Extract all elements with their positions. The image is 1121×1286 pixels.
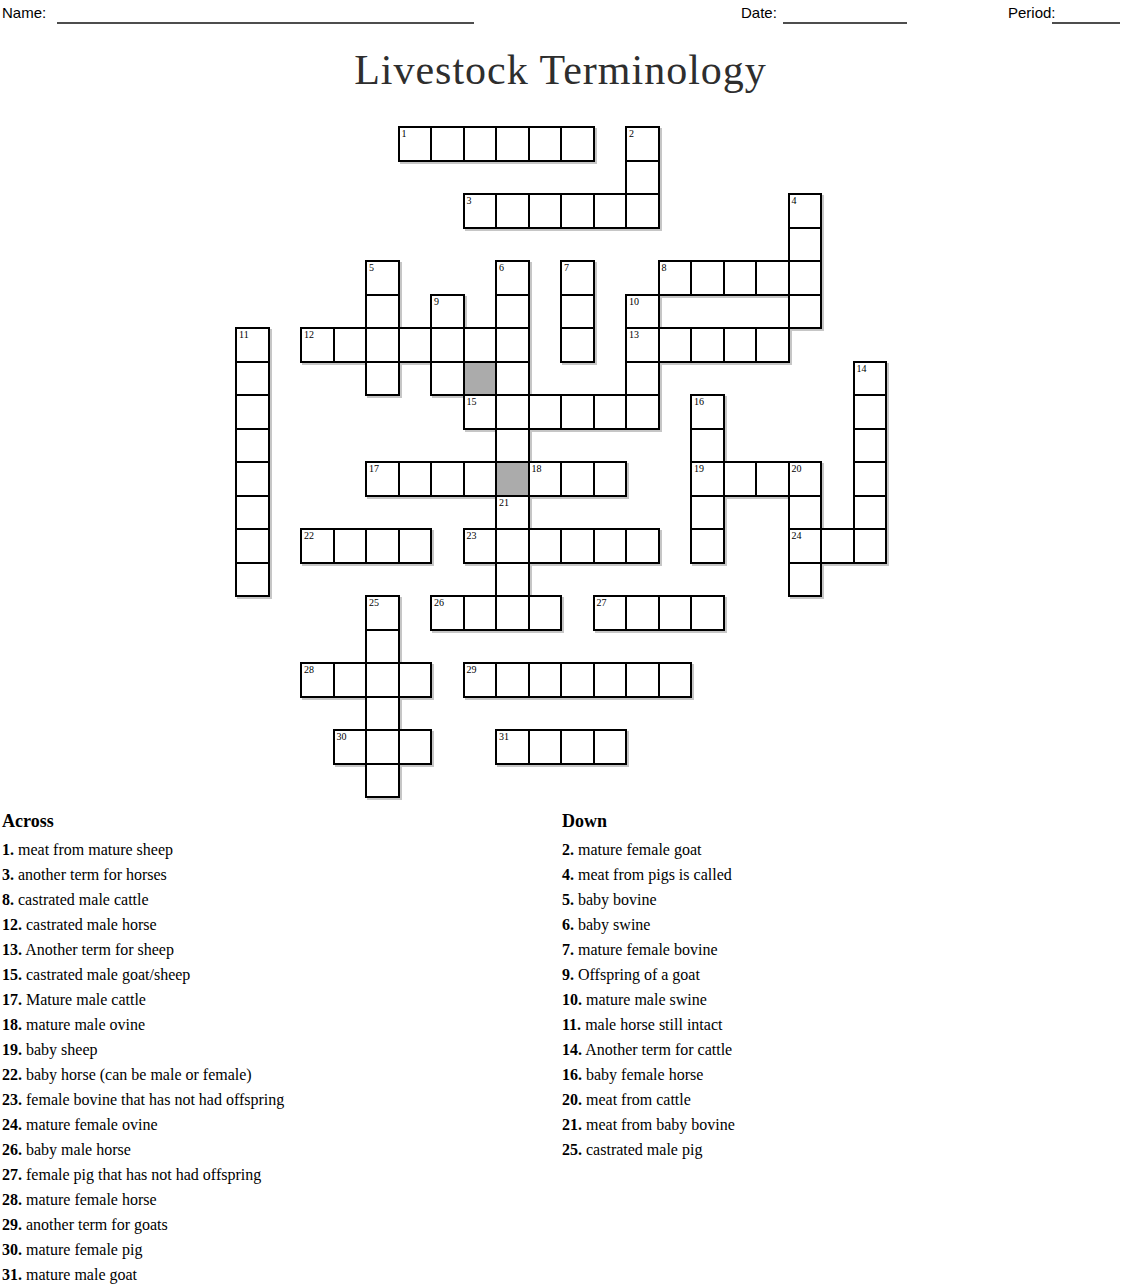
grid-cell[interactable]: 8 bbox=[658, 260, 693, 296]
grid-cell[interactable] bbox=[463, 126, 498, 162]
grid-cell[interactable] bbox=[755, 327, 790, 363]
down-clues: Down 2. mature female goat4. meat from p… bbox=[562, 811, 735, 1162]
grid-cell[interactable] bbox=[495, 327, 530, 363]
name-blank-line[interactable] bbox=[57, 6, 474, 24]
grid-cell[interactable] bbox=[398, 528, 433, 564]
clue-item-text: mature female horse bbox=[26, 1191, 157, 1208]
clue-item-number: 17. bbox=[2, 991, 22, 1008]
clue-number: 29 bbox=[467, 664, 477, 675]
grid-cell[interactable] bbox=[495, 428, 530, 464]
grid-cell[interactable]: 26 bbox=[430, 595, 465, 631]
grid-cell[interactable]: 11 bbox=[235, 327, 270, 363]
grid-cell[interactable] bbox=[235, 394, 270, 430]
grid-cell[interactable]: 16 bbox=[690, 394, 725, 430]
clue-item-text: mature female pig bbox=[26, 1241, 142, 1258]
clue-item: 17. Mature male cattle bbox=[2, 987, 284, 1012]
clue-number: 31 bbox=[499, 731, 509, 742]
clue-item-text: castrated male pig bbox=[586, 1141, 702, 1158]
grid-cell[interactable]: 22 bbox=[300, 528, 335, 564]
grid-cell[interactable] bbox=[593, 528, 628, 564]
clue-number: 18 bbox=[532, 463, 542, 474]
clue-item-text: mature female ovine bbox=[26, 1116, 158, 1133]
clue-item-text: Another term for cattle bbox=[585, 1041, 732, 1058]
clue-item-number: 11. bbox=[562, 1016, 581, 1033]
grid-cell[interactable]: 14 bbox=[853, 361, 888, 397]
grid-cell[interactable] bbox=[593, 729, 628, 765]
grid-cell[interactable] bbox=[235, 562, 270, 598]
clue-number: 28 bbox=[304, 664, 314, 675]
clue-item: 10. mature male swine bbox=[562, 987, 735, 1012]
grid-cell[interactable]: 6 bbox=[495, 260, 530, 296]
clue-item: 28. mature female horse bbox=[2, 1187, 284, 1212]
grid-cell[interactable]: 13 bbox=[625, 327, 660, 363]
grid-cell[interactable] bbox=[853, 428, 888, 464]
blocked-cell bbox=[463, 361, 498, 397]
grid-cell[interactable] bbox=[365, 729, 400, 765]
clue-number: 14 bbox=[857, 363, 867, 374]
grid-cell[interactable]: 24 bbox=[788, 528, 823, 564]
clue-item-number: 21. bbox=[562, 1116, 582, 1133]
clue-item-text: meat from mature sheep bbox=[18, 841, 173, 858]
grid-cell[interactable] bbox=[528, 595, 563, 631]
grid-cell[interactable] bbox=[593, 461, 628, 497]
clue-item-text: baby swine bbox=[578, 916, 650, 933]
grid-cell[interactable]: 7 bbox=[560, 260, 595, 296]
grid-cell[interactable] bbox=[365, 294, 400, 330]
clue-item: 11. male horse still intact bbox=[562, 1012, 735, 1037]
clue-item: 30. mature female pig bbox=[2, 1237, 284, 1262]
clue-item-number: 18. bbox=[2, 1016, 22, 1033]
clue-item-number: 8. bbox=[2, 891, 14, 908]
clue-number: 12 bbox=[304, 329, 314, 340]
clue-item: 3. another term for horses bbox=[2, 862, 284, 887]
clue-item-text: another term for goats bbox=[26, 1216, 168, 1233]
down-heading: Down bbox=[562, 811, 735, 831]
clue-number: 2 bbox=[629, 128, 634, 139]
grid-cell[interactable] bbox=[495, 361, 530, 397]
grid-cell[interactable] bbox=[560, 662, 595, 698]
clue-item-number: 7. bbox=[562, 941, 574, 958]
grid-cell[interactable]: 3 bbox=[463, 193, 498, 229]
clue-item-number: 28. bbox=[2, 1191, 22, 1208]
grid-cell[interactable] bbox=[365, 361, 400, 397]
clue-item-number: 19. bbox=[2, 1041, 22, 1058]
clue-item-text: castrated male cattle bbox=[18, 891, 149, 908]
clue-item: 18. mature male ovine bbox=[2, 1012, 284, 1037]
across-list: 1. meat from mature sheep3. another term… bbox=[2, 837, 284, 1286]
clue-item-number: 25. bbox=[562, 1141, 582, 1158]
clue-item-text: baby sheep bbox=[26, 1041, 98, 1058]
grid-cell[interactable]: 28 bbox=[300, 662, 335, 698]
grid-cell[interactable] bbox=[430, 327, 465, 363]
grid-cell[interactable] bbox=[365, 327, 400, 363]
grid-cell[interactable] bbox=[365, 662, 400, 698]
clue-item-number: 13. bbox=[2, 941, 22, 958]
grid-cell[interactable] bbox=[820, 528, 855, 564]
clue-item-number: 14. bbox=[562, 1041, 582, 1058]
grid-cell[interactable] bbox=[625, 394, 660, 430]
clue-item: 31. mature male goat bbox=[2, 1262, 284, 1286]
grid-cell[interactable]: 1 bbox=[398, 126, 433, 162]
clue-item: 21. meat from baby bovine bbox=[562, 1112, 735, 1137]
grid-cell[interactable] bbox=[788, 495, 823, 531]
grid-cell[interactable] bbox=[560, 461, 595, 497]
grid-cell[interactable] bbox=[528, 528, 563, 564]
clue-item: 2. mature female goat bbox=[562, 837, 735, 862]
clue-item-number: 27. bbox=[2, 1166, 22, 1183]
clue-number: 10 bbox=[629, 296, 639, 307]
clue-item-text: baby bovine bbox=[578, 891, 657, 908]
grid-cell[interactable] bbox=[528, 126, 563, 162]
clue-number: 21 bbox=[499, 497, 509, 508]
grid-cell[interactable] bbox=[365, 763, 400, 799]
grid-cell[interactable] bbox=[365, 696, 400, 732]
grid-cell[interactable] bbox=[853, 461, 888, 497]
clue-item-number: 2. bbox=[562, 841, 574, 858]
clue-item-number: 9. bbox=[562, 966, 574, 983]
grid-cell[interactable] bbox=[723, 327, 758, 363]
clue-item-text: mature female goat bbox=[578, 841, 702, 858]
clue-item: 16. baby female horse bbox=[562, 1062, 735, 1087]
grid-cell[interactable] bbox=[625, 528, 660, 564]
grid-cell[interactable]: 12 bbox=[300, 327, 335, 363]
clue-item-text: meat from baby bovine bbox=[586, 1116, 735, 1133]
grid-cell[interactable] bbox=[658, 327, 693, 363]
clue-item-text: mature male swine bbox=[586, 991, 707, 1008]
clue-item: 8. castrated male cattle bbox=[2, 887, 284, 912]
clue-number: 15 bbox=[467, 396, 477, 407]
grid-cell[interactable] bbox=[398, 461, 433, 497]
period-blank-line[interactable] bbox=[1052, 6, 1120, 24]
grid-cell[interactable] bbox=[495, 193, 530, 229]
clue-item-number: 29. bbox=[2, 1216, 22, 1233]
grid-cell[interactable]: 18 bbox=[528, 461, 563, 497]
clue-item-number: 12. bbox=[2, 916, 22, 933]
grid-cell[interactable] bbox=[593, 394, 628, 430]
crossword-grid: 1234567891011121314151617181920212223242… bbox=[235, 126, 895, 806]
grid-cell[interactable] bbox=[658, 595, 693, 631]
clue-item: 15. castrated male goat/sheep bbox=[2, 962, 284, 987]
clue-item: 25. castrated male pig bbox=[562, 1137, 735, 1162]
grid-cell[interactable] bbox=[235, 495, 270, 531]
grid-cell[interactable] bbox=[560, 528, 595, 564]
grid-cell[interactable] bbox=[365, 528, 400, 564]
clue-item-text: Mature male cattle bbox=[26, 991, 146, 1008]
grid-cell[interactable] bbox=[788, 260, 823, 296]
grid-cell[interactable] bbox=[560, 126, 595, 162]
clue-item-text: female pig that has not had offspring bbox=[26, 1166, 261, 1183]
clue-item-number: 31. bbox=[2, 1266, 22, 1283]
grid-cell[interactable] bbox=[365, 629, 400, 665]
grid-cell[interactable] bbox=[625, 160, 660, 196]
grid-cell[interactable] bbox=[723, 461, 758, 497]
grid-cell[interactable] bbox=[235, 428, 270, 464]
grid-cell[interactable] bbox=[528, 662, 563, 698]
grid-cell[interactable] bbox=[788, 227, 823, 263]
period-label: Period: bbox=[1008, 4, 1056, 21]
grid-cell[interactable] bbox=[560, 327, 595, 363]
grid-cell[interactable] bbox=[495, 294, 530, 330]
clue-number: 3 bbox=[467, 195, 472, 206]
grid-cell[interactable] bbox=[690, 327, 725, 363]
clue-item-text: Another term for sheep bbox=[25, 941, 174, 958]
grid-cell[interactable] bbox=[593, 193, 628, 229]
grid-cell[interactable] bbox=[495, 595, 530, 631]
grid-cell[interactable] bbox=[658, 662, 693, 698]
clue-number: 22 bbox=[304, 530, 314, 541]
grid-cell[interactable] bbox=[788, 294, 823, 330]
clue-item-text: meat from pigs is called bbox=[578, 866, 732, 883]
clue-item-text: baby male horse bbox=[26, 1141, 131, 1158]
name-label: Name: bbox=[2, 4, 46, 21]
clue-item: 13. Another term for sheep bbox=[2, 937, 284, 962]
clue-number: 19 bbox=[694, 463, 704, 474]
clue-item: 5. baby bovine bbox=[562, 887, 735, 912]
clue-number: 23 bbox=[467, 530, 477, 541]
clue-item: 1. meat from mature sheep bbox=[2, 837, 284, 862]
clue-number: 6 bbox=[499, 262, 504, 273]
clue-item-text: mature male ovine bbox=[26, 1016, 145, 1033]
grid-cell[interactable] bbox=[528, 394, 563, 430]
clue-item-number: 15. bbox=[2, 966, 22, 983]
clue-item: 9. Offspring of a goat bbox=[562, 962, 735, 987]
clue-item-text: Offspring of a goat bbox=[578, 966, 700, 983]
clue-item-number: 4. bbox=[562, 866, 574, 883]
clue-item-text: mature male goat bbox=[26, 1266, 137, 1283]
grid-cell[interactable] bbox=[593, 662, 628, 698]
grid-cell[interactable] bbox=[495, 394, 530, 430]
grid-cell[interactable]: 25 bbox=[365, 595, 400, 631]
grid-cell[interactable]: 9 bbox=[430, 294, 465, 330]
clue-item: 29. another term for goats bbox=[2, 1212, 284, 1237]
grid-cell[interactable]: 15 bbox=[463, 394, 498, 430]
grid-cell[interactable]: 2 bbox=[625, 126, 660, 162]
clue-item: 4. meat from pigs is called bbox=[562, 862, 735, 887]
grid-cell[interactable] bbox=[495, 126, 530, 162]
clue-item-number: 3. bbox=[2, 866, 14, 883]
clue-item-number: 26. bbox=[2, 1141, 22, 1158]
grid-cell[interactable] bbox=[398, 729, 433, 765]
date-blank-line[interactable] bbox=[783, 6, 907, 24]
grid-cell[interactable] bbox=[560, 394, 595, 430]
grid-cell[interactable] bbox=[333, 662, 368, 698]
clue-number: 16 bbox=[694, 396, 704, 407]
clue-item-number: 1. bbox=[2, 841, 14, 858]
grid-cell[interactable] bbox=[755, 260, 790, 296]
clue-item: 7. mature female bovine bbox=[562, 937, 735, 962]
clue-item: 6. baby swine bbox=[562, 912, 735, 937]
date-label: Date: bbox=[741, 4, 777, 21]
grid-cell[interactable] bbox=[853, 528, 888, 564]
clue-number: 7 bbox=[564, 262, 569, 273]
grid-cell[interactable] bbox=[853, 394, 888, 430]
grid-cell[interactable] bbox=[853, 495, 888, 531]
clue-item-number: 24. bbox=[2, 1116, 22, 1133]
clue-item-number: 6. bbox=[562, 916, 574, 933]
clue-item-text: meat from cattle bbox=[586, 1091, 691, 1108]
grid-cell[interactable]: 19 bbox=[690, 461, 725, 497]
grid-cell[interactable] bbox=[690, 528, 725, 564]
grid-cell[interactable] bbox=[333, 327, 368, 363]
across-clues: Across 1. meat from mature sheep3. anoth… bbox=[2, 811, 284, 1286]
grid-cell[interactable] bbox=[333, 528, 368, 564]
grid-cell[interactable] bbox=[528, 729, 563, 765]
grid-cell[interactable] bbox=[398, 327, 433, 363]
grid-cell[interactable] bbox=[495, 562, 530, 598]
grid-cell[interactable]: 29 bbox=[463, 662, 498, 698]
clue-number: 20 bbox=[792, 463, 802, 474]
clue-number: 8 bbox=[662, 262, 667, 273]
clue-number: 13 bbox=[629, 329, 639, 340]
grid-cell[interactable] bbox=[723, 260, 758, 296]
grid-cell[interactable] bbox=[625, 595, 660, 631]
clue-item-number: 22. bbox=[2, 1066, 22, 1083]
clue-item-number: 16. bbox=[562, 1066, 582, 1083]
clue-number: 30 bbox=[337, 731, 347, 742]
clue-item: 26. baby male horse bbox=[2, 1137, 284, 1162]
grid-cell[interactable] bbox=[560, 193, 595, 229]
clue-item-text: baby female horse bbox=[586, 1066, 703, 1083]
grid-cell[interactable] bbox=[690, 495, 725, 531]
clue-item-text: male horse still intact bbox=[585, 1016, 722, 1033]
clue-item-number: 20. bbox=[562, 1091, 582, 1108]
clue-item-number: 10. bbox=[562, 991, 582, 1008]
grid-cell[interactable] bbox=[495, 662, 530, 698]
grid-cell[interactable] bbox=[690, 428, 725, 464]
grid-cell[interactable]: 17 bbox=[365, 461, 400, 497]
clue-number: 25 bbox=[369, 597, 379, 608]
grid-cell[interactable]: 20 bbox=[788, 461, 823, 497]
grid-cell[interactable]: 4 bbox=[788, 193, 823, 229]
clue-item: 12. castrated male horse bbox=[2, 912, 284, 937]
clue-number: 4 bbox=[792, 195, 797, 206]
grid-cell[interactable]: 5 bbox=[365, 260, 400, 296]
grid-cell[interactable] bbox=[788, 562, 823, 598]
clue-number: 24 bbox=[792, 530, 802, 541]
clue-number: 9 bbox=[434, 296, 439, 307]
grid-cell[interactable] bbox=[398, 662, 433, 698]
blocked-cell bbox=[495, 461, 530, 497]
clue-item: 19. baby sheep bbox=[2, 1037, 284, 1062]
grid-cell[interactable] bbox=[463, 327, 498, 363]
clue-item-text: mature female bovine bbox=[578, 941, 718, 958]
clue-item: 22. baby horse (can be male or female) bbox=[2, 1062, 284, 1087]
clue-item: 23. female bovine that has not had offsp… bbox=[2, 1087, 284, 1112]
grid-cell[interactable] bbox=[430, 126, 465, 162]
grid-cell[interactable] bbox=[235, 461, 270, 497]
clue-item-number: 30. bbox=[2, 1241, 22, 1258]
grid-cell[interactable]: 10 bbox=[625, 294, 660, 330]
across-heading: Across bbox=[2, 811, 284, 831]
grid-cell[interactable] bbox=[430, 461, 465, 497]
grid-cell[interactable] bbox=[528, 193, 563, 229]
grid-cell[interactable] bbox=[235, 528, 270, 564]
puzzle-title: Livestock Terminology bbox=[0, 46, 1121, 94]
grid-cell[interactable] bbox=[625, 662, 660, 698]
grid-cell[interactable] bbox=[560, 294, 595, 330]
clue-item-text: another term for horses bbox=[18, 866, 167, 883]
clue-number: 1 bbox=[402, 128, 407, 139]
clue-number: 11 bbox=[239, 329, 249, 340]
grid-cell[interactable] bbox=[463, 461, 498, 497]
clue-number: 17 bbox=[369, 463, 379, 474]
down-list: 2. mature female goat4. meat from pigs i… bbox=[562, 837, 735, 1162]
grid-cell[interactable] bbox=[235, 361, 270, 397]
grid-cell[interactable] bbox=[690, 595, 725, 631]
clue-number: 26 bbox=[434, 597, 444, 608]
clue-item-text: baby horse (can be male or female) bbox=[26, 1066, 252, 1083]
grid-cell[interactable] bbox=[430, 361, 465, 397]
clue-item-text: female bovine that has not had offspring bbox=[26, 1091, 284, 1108]
clue-item-text: castrated male horse bbox=[26, 916, 157, 933]
clue-item-number: 5. bbox=[562, 891, 574, 908]
grid-cell[interactable] bbox=[690, 260, 725, 296]
clue-item: 20. meat from cattle bbox=[562, 1087, 735, 1112]
grid-cell[interactable]: 27 bbox=[593, 595, 628, 631]
grid-cell[interactable]: 21 bbox=[495, 495, 530, 531]
clue-number: 5 bbox=[369, 262, 374, 273]
grid-cell[interactable] bbox=[560, 729, 595, 765]
grid-cell[interactable] bbox=[755, 461, 790, 497]
clue-item: 14. Another term for cattle bbox=[562, 1037, 735, 1062]
grid-cell[interactable]: 31 bbox=[495, 729, 530, 765]
clue-item: 24. mature female ovine bbox=[2, 1112, 284, 1137]
grid-cell[interactable] bbox=[625, 193, 660, 229]
clue-number: 27 bbox=[597, 597, 607, 608]
clue-item: 27. female pig that has not had offsprin… bbox=[2, 1162, 284, 1187]
grid-cell[interactable] bbox=[463, 595, 498, 631]
grid-cell[interactable] bbox=[495, 528, 530, 564]
grid-cell[interactable] bbox=[625, 361, 660, 397]
clue-item-text: castrated male goat/sheep bbox=[26, 966, 190, 983]
clue-item-number: 23. bbox=[2, 1091, 22, 1108]
grid-cell[interactable]: 23 bbox=[463, 528, 498, 564]
grid-cell[interactable]: 30 bbox=[333, 729, 368, 765]
